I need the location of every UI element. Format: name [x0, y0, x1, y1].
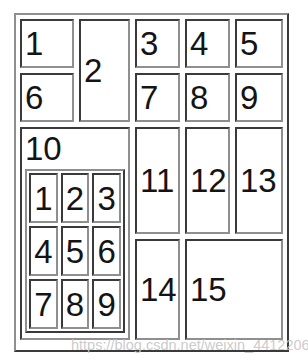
nested-cell-6: 6 — [92, 226, 121, 276]
nested-cell-4: 4 — [29, 226, 58, 276]
grid-cell-7: 7 — [135, 73, 180, 122]
nested-cell-9: 9 — [92, 279, 121, 329]
grid-cell-3: 3 — [135, 19, 180, 68]
grid-cell-8: 8 — [185, 73, 230, 122]
watermark-url: https://blog.csdn.net/weixin_44122062 — [71, 337, 308, 354]
grid-cell-1: 1 — [20, 19, 74, 68]
grid-cell-14: 14 — [135, 239, 180, 340]
nested-cell-1: 1 — [29, 173, 58, 223]
grid-cell-12: 12 — [185, 127, 230, 234]
grid-cell-10: 10 1 2 3 4 5 6 7 8 9 — [20, 127, 130, 340]
grid-cell-4: 4 — [185, 19, 230, 68]
nested-cell-2: 2 — [61, 173, 90, 223]
grid-cell-15: 15 — [185, 239, 283, 340]
page: 1 2 3 4 5 6 7 8 9 10 1 2 3 4 5 6 7 8 9 1… — [0, 0, 308, 364]
grid-cell-5: 5 — [235, 19, 283, 68]
nested-cell-7: 7 — [29, 279, 58, 329]
nested-cell-5: 5 — [61, 226, 90, 276]
nested-cell-3: 3 — [92, 173, 121, 223]
nested-cell-8: 8 — [61, 279, 90, 329]
grid-cell-9: 9 — [235, 73, 283, 122]
outer-grid: 1 2 3 4 5 6 7 8 9 10 1 2 3 4 5 6 7 8 9 1… — [14, 13, 289, 352]
cell-10-label: 10 — [25, 129, 125, 169]
grid-cell-13: 13 — [235, 127, 283, 234]
grid-cell-6: 6 — [20, 73, 74, 122]
grid-cell-11: 11 — [135, 127, 180, 234]
grid-cell-2: 2 — [79, 19, 130, 122]
nested-grid: 1 2 3 4 5 6 7 8 9 — [25, 169, 125, 333]
